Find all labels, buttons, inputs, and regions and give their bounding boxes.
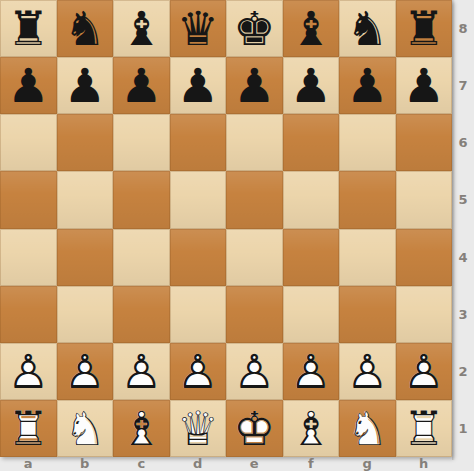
- square-b3[interactable]: [57, 286, 114, 343]
- square-a2[interactable]: ♟♙: [0, 343, 57, 400]
- white-piece-outline: ♗: [283, 400, 340, 457]
- white-piece-outline: ♕: [170, 400, 227, 457]
- piece-black-rook[interactable]: ♜: [396, 0, 453, 57]
- black-piece-glyph: ♜: [396, 0, 453, 57]
- piece-white-knight[interactable]: ♞♘: [339, 400, 396, 457]
- white-piece-outline: ♙: [170, 343, 227, 400]
- square-g8[interactable]: ♞: [339, 0, 396, 57]
- rank-label-7: 7: [452, 57, 474, 114]
- square-f5[interactable]: [283, 171, 340, 228]
- square-e2[interactable]: ♟♙: [226, 343, 283, 400]
- piece-black-pawn[interactable]: ♟: [396, 57, 453, 114]
- white-piece-outline: ♙: [396, 343, 453, 400]
- square-g5[interactable]: [339, 171, 396, 228]
- white-piece-outline: ♙: [0, 343, 57, 400]
- square-g7[interactable]: ♟: [339, 57, 396, 114]
- black-piece-glyph: ♟: [170, 57, 227, 114]
- piece-black-pawn[interactable]: ♟: [170, 57, 227, 114]
- piece-black-queen[interactable]: ♛: [170, 0, 227, 57]
- piece-white-pawn[interactable]: ♟♙: [170, 343, 227, 400]
- white-piece-outline: ♙: [226, 343, 283, 400]
- piece-black-pawn[interactable]: ♟: [57, 57, 114, 114]
- square-g4[interactable]: [339, 229, 396, 286]
- piece-black-knight[interactable]: ♞: [339, 0, 396, 57]
- piece-white-pawn[interactable]: ♟♙: [57, 343, 114, 400]
- black-piece-glyph: ♟: [283, 57, 340, 114]
- square-f8[interactable]: ♝: [283, 0, 340, 57]
- square-d1[interactable]: ♛♕: [170, 400, 227, 457]
- white-piece-outline: ♙: [339, 343, 396, 400]
- square-e4[interactable]: [226, 229, 283, 286]
- piece-black-pawn[interactable]: ♟: [339, 57, 396, 114]
- file-label-g: g: [339, 457, 396, 471]
- file-label-c: c: [113, 457, 170, 471]
- square-e7[interactable]: ♟: [226, 57, 283, 114]
- square-c1[interactable]: ♝♗: [113, 400, 170, 457]
- square-f6[interactable]: [283, 114, 340, 171]
- square-c5[interactable]: [113, 171, 170, 228]
- black-piece-glyph: ♟: [226, 57, 283, 114]
- square-c3[interactable]: [113, 286, 170, 343]
- white-piece-outline: ♗: [113, 400, 170, 457]
- piece-black-pawn[interactable]: ♟: [283, 57, 340, 114]
- square-h3[interactable]: [396, 286, 453, 343]
- square-h7[interactable]: ♟: [396, 57, 453, 114]
- black-piece-glyph: ♝: [283, 0, 340, 57]
- file-label-b: b: [57, 457, 114, 471]
- piece-white-queen[interactable]: ♛♕: [170, 400, 227, 457]
- square-d6[interactable]: [170, 114, 227, 171]
- square-a3[interactable]: [0, 286, 57, 343]
- square-d3[interactable]: [170, 286, 227, 343]
- black-piece-glyph: ♝: [113, 0, 170, 57]
- square-a1[interactable]: ♜♖: [0, 400, 57, 457]
- square-h1[interactable]: ♜♖: [396, 400, 453, 457]
- square-d2[interactable]: ♟♙: [170, 343, 227, 400]
- square-h6[interactable]: [396, 114, 453, 171]
- file-label-d: d: [170, 457, 227, 471]
- black-piece-glyph: ♞: [339, 0, 396, 57]
- piece-white-pawn[interactable]: ♟♙: [339, 343, 396, 400]
- square-a7[interactable]: ♟: [0, 57, 57, 114]
- square-b7[interactable]: ♟: [57, 57, 114, 114]
- file-label-a: a: [0, 457, 57, 471]
- square-g2[interactable]: ♟♙: [339, 343, 396, 400]
- square-b5[interactable]: [57, 171, 114, 228]
- black-piece-glyph: ♟: [396, 57, 453, 114]
- white-piece-outline: ♘: [57, 400, 114, 457]
- square-a5[interactable]: [0, 171, 57, 228]
- square-h4[interactable]: [396, 229, 453, 286]
- rank-label-5: 5: [452, 171, 474, 228]
- square-a6[interactable]: [0, 114, 57, 171]
- piece-white-bishop[interactable]: ♝♗: [283, 400, 340, 457]
- rank-label-3: 3: [452, 286, 474, 343]
- black-piece-glyph: ♛: [170, 0, 227, 57]
- piece-black-rook[interactable]: ♜: [0, 0, 57, 57]
- white-piece-outline: ♙: [283, 343, 340, 400]
- square-h8[interactable]: ♜: [396, 0, 453, 57]
- square-c4[interactable]: [113, 229, 170, 286]
- piece-white-rook[interactable]: ♜♖: [396, 400, 453, 457]
- square-a8[interactable]: ♜: [0, 0, 57, 57]
- square-e1[interactable]: ♚♔: [226, 400, 283, 457]
- piece-black-pawn[interactable]: ♟: [226, 57, 283, 114]
- square-f2[interactable]: ♟♙: [283, 343, 340, 400]
- file-label-f: f: [283, 457, 340, 471]
- square-f7[interactable]: ♟: [283, 57, 340, 114]
- square-c7[interactable]: ♟: [113, 57, 170, 114]
- rank-label-8: 8: [452, 0, 474, 57]
- chess-app-window: ♜♞♝♛♚♝♞♜♟♟♟♟♟♟♟♟♟♙♟♙♟♙♟♙♟♙♟♙♟♙♟♙♜♖♞♘♝♗♛♕…: [0, 0, 474, 471]
- piece-white-knight[interactable]: ♞♘: [57, 400, 114, 457]
- rank-label-2: 2: [452, 343, 474, 400]
- piece-white-pawn[interactable]: ♟♙: [0, 343, 57, 400]
- square-b8[interactable]: ♞: [57, 0, 114, 57]
- black-piece-glyph: ♟: [339, 57, 396, 114]
- white-piece-outline: ♙: [113, 343, 170, 400]
- black-piece-glyph: ♞: [57, 0, 114, 57]
- chess-board[interactable]: ♜♞♝♛♚♝♞♜♟♟♟♟♟♟♟♟♟♙♟♙♟♙♟♙♟♙♟♙♟♙♟♙♜♖♞♘♝♗♛♕…: [0, 0, 452, 457]
- square-e6[interactable]: [226, 114, 283, 171]
- white-piece-outline: ♙: [57, 343, 114, 400]
- white-piece-outline: ♔: [226, 400, 283, 457]
- square-h2[interactable]: ♟♙: [396, 343, 453, 400]
- rank-label-1: 1: [452, 400, 474, 457]
- square-h5[interactable]: [396, 171, 453, 228]
- piece-white-bishop[interactable]: ♝♗: [113, 400, 170, 457]
- piece-black-bishop[interactable]: ♝: [283, 0, 340, 57]
- piece-black-king[interactable]: ♚: [226, 0, 283, 57]
- rank-label-6: 6: [452, 114, 474, 171]
- black-piece-glyph: ♜: [0, 0, 57, 57]
- piece-white-pawn[interactable]: ♟♙: [396, 343, 453, 400]
- piece-white-king[interactable]: ♚♔: [226, 400, 283, 457]
- square-e8[interactable]: ♚: [226, 0, 283, 57]
- piece-black-pawn[interactable]: ♟: [0, 57, 57, 114]
- black-piece-glyph: ♟: [57, 57, 114, 114]
- square-d8[interactable]: ♛: [170, 0, 227, 57]
- square-a4[interactable]: [0, 229, 57, 286]
- white-piece-outline: ♖: [0, 400, 57, 457]
- square-f3[interactable]: [283, 286, 340, 343]
- square-g3[interactable]: [339, 286, 396, 343]
- piece-white-pawn[interactable]: ♟♙: [283, 343, 340, 400]
- rank-coordinates: 87654321: [452, 0, 474, 457]
- square-g6[interactable]: [339, 114, 396, 171]
- square-b6[interactable]: [57, 114, 114, 171]
- square-c6[interactable]: [113, 114, 170, 171]
- file-label-h: h: [396, 457, 453, 471]
- square-d7[interactable]: ♟: [170, 57, 227, 114]
- white-piece-outline: ♘: [339, 400, 396, 457]
- piece-white-pawn[interactable]: ♟♙: [113, 343, 170, 400]
- piece-black-knight[interactable]: ♞: [57, 0, 114, 57]
- square-e3[interactable]: [226, 286, 283, 343]
- piece-black-pawn[interactable]: ♟: [113, 57, 170, 114]
- square-c2[interactable]: ♟♙: [113, 343, 170, 400]
- black-piece-glyph: ♟: [0, 57, 57, 114]
- square-c8[interactable]: ♝: [113, 0, 170, 57]
- square-f1[interactable]: ♝♗: [283, 400, 340, 457]
- piece-white-rook[interactable]: ♜♖: [0, 400, 57, 457]
- file-label-e: e: [226, 457, 283, 471]
- square-b2[interactable]: ♟♙: [57, 343, 114, 400]
- square-d5[interactable]: [170, 171, 227, 228]
- black-piece-glyph: ♟: [113, 57, 170, 114]
- square-g1[interactable]: ♞♘: [339, 400, 396, 457]
- square-f4[interactable]: [283, 229, 340, 286]
- square-e5[interactable]: [226, 171, 283, 228]
- file-coordinates: abcdefgh: [0, 457, 452, 471]
- square-b1[interactable]: ♞♘: [57, 400, 114, 457]
- square-b4[interactable]: [57, 229, 114, 286]
- black-piece-glyph: ♚: [226, 0, 283, 57]
- rank-label-4: 4: [452, 229, 474, 286]
- square-d4[interactable]: [170, 229, 227, 286]
- piece-white-pawn[interactable]: ♟♙: [226, 343, 283, 400]
- piece-black-bishop[interactable]: ♝: [113, 0, 170, 57]
- white-piece-outline: ♖: [396, 400, 453, 457]
